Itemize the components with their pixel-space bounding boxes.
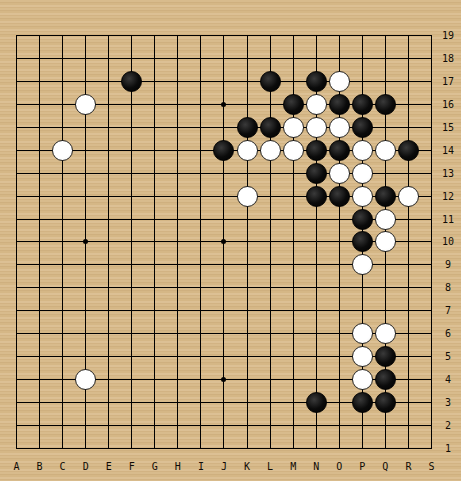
intersection-E10[interactable] [97, 231, 120, 254]
intersection-G10[interactable] [143, 231, 166, 254]
intersection-L3[interactable] [259, 391, 282, 414]
black-stone[interactable] [329, 140, 350, 161]
intersection-G13[interactable] [143, 162, 166, 185]
intersection-Q12[interactable] [374, 185, 397, 208]
intersection-C11[interactable] [51, 208, 74, 231]
intersection-E7[interactable] [97, 299, 120, 322]
intersection-R2[interactable] [397, 414, 420, 437]
intersection-J1[interactable] [212, 437, 235, 460]
intersection-M16[interactable] [282, 93, 305, 116]
intersection-G6[interactable] [143, 322, 166, 345]
white-stone[interactable] [352, 323, 373, 344]
intersection-P5[interactable] [351, 345, 374, 368]
white-stone[interactable] [283, 117, 304, 138]
intersection-A19[interactable] [5, 24, 28, 47]
intersection-M9[interactable] [282, 253, 305, 276]
intersection-O15[interactable] [328, 116, 351, 139]
intersection-E9[interactable] [97, 253, 120, 276]
intersection-R19[interactable] [397, 24, 420, 47]
intersection-M12[interactable] [282, 185, 305, 208]
intersection-Q13[interactable] [374, 162, 397, 185]
intersection-O3[interactable] [328, 391, 351, 414]
intersection-L4[interactable] [259, 368, 282, 391]
intersection-C6[interactable] [51, 322, 74, 345]
intersection-P16[interactable] [351, 93, 374, 116]
intersection-R11[interactable] [397, 208, 420, 231]
intersection-P7[interactable] [351, 299, 374, 322]
intersection-M3[interactable] [282, 391, 305, 414]
intersection-A4[interactable] [5, 368, 28, 391]
intersection-L18[interactable] [259, 47, 282, 70]
black-stone[interactable] [375, 346, 396, 367]
intersection-G2[interactable] [143, 414, 166, 437]
intersection-J6[interactable] [212, 322, 235, 345]
intersection-H19[interactable] [166, 24, 189, 47]
intersection-N14[interactable] [305, 139, 328, 162]
intersection-K15[interactable] [236, 116, 259, 139]
intersection-H17[interactable] [166, 70, 189, 93]
intersection-J10[interactable] [212, 231, 235, 254]
intersection-K1[interactable] [236, 437, 259, 460]
intersection-R18[interactable] [397, 47, 420, 70]
intersection-O6[interactable] [328, 322, 351, 345]
white-stone[interactable] [306, 94, 327, 115]
intersection-D18[interactable] [74, 47, 97, 70]
intersection-K16[interactable] [236, 93, 259, 116]
white-stone[interactable] [75, 94, 96, 115]
intersection-M14[interactable] [282, 139, 305, 162]
white-stone[interactable] [352, 140, 373, 161]
intersection-F19[interactable] [120, 24, 143, 47]
intersection-E16[interactable] [97, 93, 120, 116]
intersection-I5[interactable] [189, 345, 212, 368]
intersection-K8[interactable] [236, 276, 259, 299]
intersection-P17[interactable] [351, 70, 374, 93]
intersection-D19[interactable] [74, 24, 97, 47]
intersection-G8[interactable] [143, 276, 166, 299]
intersection-O1[interactable] [328, 437, 351, 460]
intersection-N18[interactable] [305, 47, 328, 70]
intersection-H13[interactable] [166, 162, 189, 185]
intersection-P15[interactable] [351, 116, 374, 139]
intersection-K19[interactable] [236, 24, 259, 47]
intersection-C2[interactable] [51, 414, 74, 437]
intersection-H11[interactable] [166, 208, 189, 231]
intersection-K10[interactable] [236, 231, 259, 254]
intersection-E4[interactable] [97, 368, 120, 391]
black-stone[interactable] [260, 71, 281, 92]
intersection-I2[interactable] [189, 414, 212, 437]
intersection-J19[interactable] [212, 24, 235, 47]
intersection-E17[interactable] [97, 70, 120, 93]
white-stone[interactable] [52, 140, 73, 161]
white-stone[interactable] [352, 186, 373, 207]
intersection-K5[interactable] [236, 345, 259, 368]
white-stone[interactable] [237, 140, 258, 161]
intersection-K11[interactable] [236, 208, 259, 231]
intersection-C14[interactable] [51, 139, 74, 162]
black-stone[interactable] [352, 117, 373, 138]
white-stone[interactable] [352, 163, 373, 184]
black-stone[interactable] [306, 163, 327, 184]
intersection-C9[interactable] [51, 253, 74, 276]
intersection-N5[interactable] [305, 345, 328, 368]
intersection-D1[interactable] [74, 437, 97, 460]
black-stone[interactable] [329, 186, 350, 207]
intersection-M8[interactable] [282, 276, 305, 299]
white-stone[interactable] [375, 323, 396, 344]
intersection-C1[interactable] [51, 437, 74, 460]
intersection-O11[interactable] [328, 208, 351, 231]
intersection-A16[interactable] [5, 93, 28, 116]
intersection-C16[interactable] [51, 93, 74, 116]
intersection-F3[interactable] [120, 391, 143, 414]
intersection-R16[interactable] [397, 93, 420, 116]
intersection-L12[interactable] [259, 185, 282, 208]
intersection-G1[interactable] [143, 437, 166, 460]
intersection-H3[interactable] [166, 391, 189, 414]
intersection-C17[interactable] [51, 70, 74, 93]
intersection-B6[interactable] [28, 322, 51, 345]
intersection-K12[interactable] [236, 185, 259, 208]
intersection-P6[interactable] [351, 322, 374, 345]
white-stone[interactable] [260, 140, 281, 161]
intersection-J16[interactable] [212, 93, 235, 116]
intersection-B10[interactable] [28, 231, 51, 254]
intersection-D13[interactable] [74, 162, 97, 185]
intersection-F15[interactable] [120, 116, 143, 139]
intersection-D14[interactable] [74, 139, 97, 162]
intersection-G4[interactable] [143, 368, 166, 391]
intersection-Q7[interactable] [374, 299, 397, 322]
intersection-F16[interactable] [120, 93, 143, 116]
intersection-L8[interactable] [259, 276, 282, 299]
intersection-A1[interactable] [5, 437, 28, 460]
white-stone[interactable] [352, 254, 373, 275]
intersection-H6[interactable] [166, 322, 189, 345]
intersection-N4[interactable] [305, 368, 328, 391]
intersection-O8[interactable] [328, 276, 351, 299]
white-stone[interactable] [375, 209, 396, 230]
intersection-L1[interactable] [259, 437, 282, 460]
intersection-J18[interactable] [212, 47, 235, 70]
intersection-R7[interactable] [397, 299, 420, 322]
white-stone[interactable] [375, 231, 396, 252]
intersection-M19[interactable] [282, 24, 305, 47]
intersection-J15[interactable] [212, 116, 235, 139]
intersection-J12[interactable] [212, 185, 235, 208]
intersection-F6[interactable] [120, 322, 143, 345]
intersection-B4[interactable] [28, 368, 51, 391]
intersection-R5[interactable] [397, 345, 420, 368]
intersection-G15[interactable] [143, 116, 166, 139]
intersection-O19[interactable] [328, 24, 351, 47]
intersection-C8[interactable] [51, 276, 74, 299]
intersection-F7[interactable] [120, 299, 143, 322]
intersection-L10[interactable] [259, 231, 282, 254]
intersection-H10[interactable] [166, 231, 189, 254]
intersection-L15[interactable] [259, 116, 282, 139]
intersection-D10[interactable] [74, 231, 97, 254]
intersection-M5[interactable] [282, 345, 305, 368]
intersection-M2[interactable] [282, 414, 305, 437]
intersection-R3[interactable] [397, 391, 420, 414]
intersection-P11[interactable] [351, 208, 374, 231]
intersection-I1[interactable] [189, 437, 212, 460]
intersection-L5[interactable] [259, 345, 282, 368]
intersection-M4[interactable] [282, 368, 305, 391]
intersection-D6[interactable] [74, 322, 97, 345]
black-stone[interactable] [306, 392, 327, 413]
intersection-N1[interactable] [305, 437, 328, 460]
intersection-E15[interactable] [97, 116, 120, 139]
intersection-D9[interactable] [74, 253, 97, 276]
intersection-Q19[interactable] [374, 24, 397, 47]
intersection-I8[interactable] [189, 276, 212, 299]
intersection-B14[interactable] [28, 139, 51, 162]
intersection-Q10[interactable] [374, 231, 397, 254]
intersection-P4[interactable] [351, 368, 374, 391]
intersection-I14[interactable] [189, 139, 212, 162]
intersection-K17[interactable] [236, 70, 259, 93]
intersection-R8[interactable] [397, 276, 420, 299]
intersection-Q4[interactable] [374, 368, 397, 391]
intersection-E2[interactable] [97, 414, 120, 437]
intersection-G9[interactable] [143, 253, 166, 276]
intersection-R15[interactable] [397, 116, 420, 139]
intersection-Q14[interactable] [374, 139, 397, 162]
black-stone[interactable] [375, 392, 396, 413]
intersection-L19[interactable] [259, 24, 282, 47]
white-stone[interactable] [375, 140, 396, 161]
intersection-E19[interactable] [97, 24, 120, 47]
intersection-O10[interactable] [328, 231, 351, 254]
intersection-J9[interactable] [212, 253, 235, 276]
intersection-F13[interactable] [120, 162, 143, 185]
intersection-C10[interactable] [51, 231, 74, 254]
intersection-F12[interactable] [120, 185, 143, 208]
intersection-G11[interactable] [143, 208, 166, 231]
intersection-A5[interactable] [5, 345, 28, 368]
intersection-H8[interactable] [166, 276, 189, 299]
intersection-Q5[interactable] [374, 345, 397, 368]
intersection-G7[interactable] [143, 299, 166, 322]
intersection-I12[interactable] [189, 185, 212, 208]
intersection-H18[interactable] [166, 47, 189, 70]
intersection-A6[interactable] [5, 322, 28, 345]
intersection-J8[interactable] [212, 276, 235, 299]
intersection-A9[interactable] [5, 253, 28, 276]
intersection-J7[interactable] [212, 299, 235, 322]
intersection-D7[interactable] [74, 299, 97, 322]
intersection-O12[interactable] [328, 185, 351, 208]
intersection-D3[interactable] [74, 391, 97, 414]
intersection-N16[interactable] [305, 93, 328, 116]
intersection-O4[interactable] [328, 368, 351, 391]
intersection-K3[interactable] [236, 391, 259, 414]
intersection-B15[interactable] [28, 116, 51, 139]
intersection-D5[interactable] [74, 345, 97, 368]
intersection-Q2[interactable] [374, 414, 397, 437]
intersection-M17[interactable] [282, 70, 305, 93]
intersection-D4[interactable] [74, 368, 97, 391]
intersection-R1[interactable] [397, 437, 420, 460]
intersection-O17[interactable] [328, 70, 351, 93]
intersection-R14[interactable] [397, 139, 420, 162]
intersection-P3[interactable] [351, 391, 374, 414]
black-stone[interactable] [306, 140, 327, 161]
intersection-H5[interactable] [166, 345, 189, 368]
intersection-Q15[interactable] [374, 116, 397, 139]
intersection-B7[interactable] [28, 299, 51, 322]
intersection-A10[interactable] [5, 231, 28, 254]
intersection-L13[interactable] [259, 162, 282, 185]
intersection-A12[interactable] [5, 185, 28, 208]
intersection-O18[interactable] [328, 47, 351, 70]
intersection-A13[interactable] [5, 162, 28, 185]
white-stone[interactable] [329, 71, 350, 92]
white-stone[interactable] [75, 369, 96, 390]
intersection-B2[interactable] [28, 414, 51, 437]
intersection-Q16[interactable] [374, 93, 397, 116]
black-stone[interactable] [283, 94, 304, 115]
intersection-M1[interactable] [282, 437, 305, 460]
intersection-I9[interactable] [189, 253, 212, 276]
black-stone[interactable] [375, 94, 396, 115]
white-stone[interactable] [398, 186, 419, 207]
intersection-P9[interactable] [351, 253, 374, 276]
intersection-F11[interactable] [120, 208, 143, 231]
white-stone[interactable] [306, 117, 327, 138]
intersection-I17[interactable] [189, 70, 212, 93]
intersection-F17[interactable] [120, 70, 143, 93]
intersection-H1[interactable] [166, 437, 189, 460]
black-stone[interactable] [260, 117, 281, 138]
intersection-G12[interactable] [143, 185, 166, 208]
intersection-P1[interactable] [351, 437, 374, 460]
intersection-D11[interactable] [74, 208, 97, 231]
black-stone[interactable] [352, 209, 373, 230]
intersection-G14[interactable] [143, 139, 166, 162]
intersection-H2[interactable] [166, 414, 189, 437]
intersection-P13[interactable] [351, 162, 374, 185]
intersection-M10[interactable] [282, 231, 305, 254]
intersection-F14[interactable] [120, 139, 143, 162]
intersection-C4[interactable] [51, 368, 74, 391]
intersection-L17[interactable] [259, 70, 282, 93]
intersection-G5[interactable] [143, 345, 166, 368]
intersection-H14[interactable] [166, 139, 189, 162]
intersection-M18[interactable] [282, 47, 305, 70]
intersection-L7[interactable] [259, 299, 282, 322]
intersection-B3[interactable] [28, 391, 51, 414]
intersection-N19[interactable] [305, 24, 328, 47]
white-stone[interactable] [329, 117, 350, 138]
intersection-C15[interactable] [51, 116, 74, 139]
intersection-K14[interactable] [236, 139, 259, 162]
black-stone[interactable] [352, 94, 373, 115]
intersection-K6[interactable] [236, 322, 259, 345]
intersection-H12[interactable] [166, 185, 189, 208]
intersection-Q18[interactable] [374, 47, 397, 70]
intersection-Q11[interactable] [374, 208, 397, 231]
intersection-B12[interactable] [28, 185, 51, 208]
intersection-A3[interactable] [5, 391, 28, 414]
intersection-P19[interactable] [351, 24, 374, 47]
intersection-O9[interactable] [328, 253, 351, 276]
intersection-N17[interactable] [305, 70, 328, 93]
intersection-C3[interactable] [51, 391, 74, 414]
intersection-L14[interactable] [259, 139, 282, 162]
intersection-K7[interactable] [236, 299, 259, 322]
intersection-O2[interactable] [328, 414, 351, 437]
white-stone[interactable] [283, 140, 304, 161]
intersection-D8[interactable] [74, 276, 97, 299]
intersection-R13[interactable] [397, 162, 420, 185]
intersection-Q9[interactable] [374, 253, 397, 276]
intersection-F1[interactable] [120, 437, 143, 460]
intersection-Q17[interactable] [374, 70, 397, 93]
intersection-A11[interactable] [5, 208, 28, 231]
intersection-N9[interactable] [305, 253, 328, 276]
intersection-J3[interactable] [212, 391, 235, 414]
intersection-F8[interactable] [120, 276, 143, 299]
intersection-K4[interactable] [236, 368, 259, 391]
intersection-J17[interactable] [212, 70, 235, 93]
intersection-L2[interactable] [259, 414, 282, 437]
intersection-A7[interactable] [5, 299, 28, 322]
intersection-C7[interactable] [51, 299, 74, 322]
intersection-R10[interactable] [397, 231, 420, 254]
intersection-D2[interactable] [74, 414, 97, 437]
intersection-E3[interactable] [97, 391, 120, 414]
intersection-M15[interactable] [282, 116, 305, 139]
intersection-H16[interactable] [166, 93, 189, 116]
intersection-F10[interactable] [120, 231, 143, 254]
intersection-P2[interactable] [351, 414, 374, 437]
intersection-K9[interactable] [236, 253, 259, 276]
intersection-G3[interactable] [143, 391, 166, 414]
intersection-J4[interactable] [212, 368, 235, 391]
black-stone[interactable] [306, 186, 327, 207]
intersection-E18[interactable] [97, 47, 120, 70]
black-stone[interactable] [352, 231, 373, 252]
intersection-I19[interactable] [189, 24, 212, 47]
intersection-R9[interactable] [397, 253, 420, 276]
intersection-E12[interactable] [97, 185, 120, 208]
intersection-C18[interactable] [51, 47, 74, 70]
intersection-Q8[interactable] [374, 276, 397, 299]
intersection-L11[interactable] [259, 208, 282, 231]
intersection-N7[interactable] [305, 299, 328, 322]
intersection-J13[interactable] [212, 162, 235, 185]
intersection-R6[interactable] [397, 322, 420, 345]
black-stone[interactable] [398, 140, 419, 161]
intersection-A14[interactable] [5, 139, 28, 162]
intersection-K13[interactable] [236, 162, 259, 185]
intersection-Q3[interactable] [374, 391, 397, 414]
intersection-N8[interactable] [305, 276, 328, 299]
intersection-H4[interactable] [166, 368, 189, 391]
intersection-A8[interactable] [5, 276, 28, 299]
intersection-N10[interactable] [305, 231, 328, 254]
intersection-N6[interactable] [305, 322, 328, 345]
intersection-E14[interactable] [97, 139, 120, 162]
intersection-J2[interactable] [212, 414, 235, 437]
intersection-N3[interactable] [305, 391, 328, 414]
intersection-C12[interactable] [51, 185, 74, 208]
intersection-D12[interactable] [74, 185, 97, 208]
